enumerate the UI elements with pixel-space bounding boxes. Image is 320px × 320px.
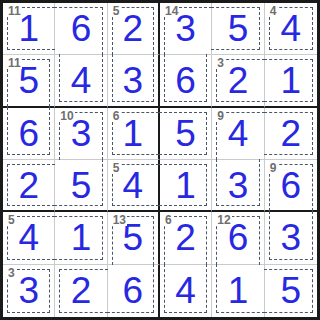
cell-r4c2[interactable]: 5: [55, 160, 107, 212]
cell-r3c2[interactable]: 103: [55, 108, 107, 160]
cell-value: 1: [71, 219, 92, 256]
cell-value: 4: [281, 10, 302, 47]
cell-r4c4[interactable]: 1: [160, 160, 212, 212]
cell-r1c1[interactable]: 111: [3, 3, 55, 55]
cage-sum-label: 10: [59, 111, 74, 122]
cell-value: 4: [18, 219, 39, 256]
cell-r1c6[interactable]: 44: [265, 3, 317, 55]
cell-value: 4: [71, 62, 92, 99]
cell-r1c4[interactable]: 143: [160, 3, 212, 55]
cell-r2c4[interactable]: 6: [160, 55, 212, 107]
cage-sum-label: 5: [112, 163, 121, 174]
cage-sum-label: 3: [216, 58, 225, 69]
cell-r2c6[interactable]: 1: [265, 55, 317, 107]
cell-r3c3[interactable]: 61: [108, 108, 160, 160]
cell-r4c6[interactable]: 96: [265, 160, 317, 212]
cell-value: 4: [123, 167, 144, 204]
cage-sum-label: 5: [112, 6, 121, 17]
cell-value: 2: [175, 219, 196, 256]
cage-sum-label: 5: [7, 215, 16, 226]
cell-value: 2: [281, 115, 302, 152]
cage-sum-label: 4: [269, 6, 278, 17]
cell-value: 6: [123, 272, 144, 309]
cell-r6c2[interactable]: 2: [55, 265, 107, 317]
cell-r3c5[interactable]: 94: [212, 108, 264, 160]
cell-r2c5[interactable]: 32: [212, 55, 264, 107]
cell-value: 1: [228, 272, 249, 309]
cell-value: 3: [18, 272, 39, 309]
cell-value: 4: [175, 272, 196, 309]
cell-r5c2[interactable]: 1: [55, 212, 107, 264]
cell-r5c3[interactable]: 135: [108, 212, 160, 264]
cell-value: 2: [18, 167, 39, 204]
killer-sudoku-board: 1116521435441154363216103615942255413965…: [0, 0, 320, 320]
cell-value: 5: [175, 115, 196, 152]
cell-r6c5[interactable]: 1: [212, 265, 264, 317]
cell-r1c2[interactable]: 6: [55, 3, 107, 55]
cell-r2c2[interactable]: 4: [55, 55, 107, 107]
cell-value: 5: [228, 10, 249, 47]
cell-value: 6: [71, 10, 92, 47]
cell-r4c1[interactable]: 2: [3, 160, 55, 212]
cell-value: 6: [281, 167, 302, 204]
cell-value: 5: [71, 167, 92, 204]
cage-sum-label: 14: [164, 6, 179, 17]
cage-sum-label: 9: [216, 111, 225, 122]
cell-r5c6[interactable]: 3: [265, 212, 317, 264]
cage-sum-label: 6: [164, 215, 173, 226]
cage-sum-label: 11: [7, 58, 22, 69]
cell-r3c4[interactable]: 5: [160, 108, 212, 160]
cage-sum-label: 12: [216, 215, 231, 226]
cell-r5c5[interactable]: 126: [212, 212, 264, 264]
cage-sum-label: 11: [7, 6, 22, 17]
cell-value: 1: [281, 62, 302, 99]
cell-value: 2: [123, 10, 144, 47]
cell-value: 1: [175, 167, 196, 204]
cell-value: 3: [228, 167, 249, 204]
cell-r6c6[interactable]: 5: [265, 265, 317, 317]
cell-value: 3: [123, 62, 144, 99]
cell-r3c6[interactable]: 2: [265, 108, 317, 160]
cell-r5c4[interactable]: 62: [160, 212, 212, 264]
cage-sum-label: 9: [269, 163, 278, 174]
cell-r6c3[interactable]: 6: [108, 265, 160, 317]
cell-r1c3[interactable]: 52: [108, 3, 160, 55]
cell-r6c4[interactable]: 4: [160, 265, 212, 317]
cell-r2c1[interactable]: 115: [3, 55, 55, 107]
cell-r6c1[interactable]: 33: [3, 265, 55, 317]
cage-sum-label: 13: [112, 215, 127, 226]
cell-value: 2: [228, 62, 249, 99]
cell-value: 3: [281, 219, 302, 256]
cell-r2c3[interactable]: 3: [108, 55, 160, 107]
cell-r4c3[interactable]: 54: [108, 160, 160, 212]
cell-value: 2: [71, 272, 92, 309]
cell-r4c5[interactable]: 3: [212, 160, 264, 212]
cell-value: 4: [228, 115, 249, 152]
cell-r3c1[interactable]: 6: [3, 108, 55, 160]
cell-r1c5[interactable]: 5: [212, 3, 264, 55]
cell-value: 1: [123, 115, 144, 152]
cell-value: 5: [281, 272, 302, 309]
cage-sum-label: 3: [7, 268, 16, 279]
cell-r5c1[interactable]: 54: [3, 212, 55, 264]
cell-value: 6: [18, 115, 39, 152]
cell-value: 6: [175, 62, 196, 99]
cage-sum-label: 6: [112, 111, 121, 122]
